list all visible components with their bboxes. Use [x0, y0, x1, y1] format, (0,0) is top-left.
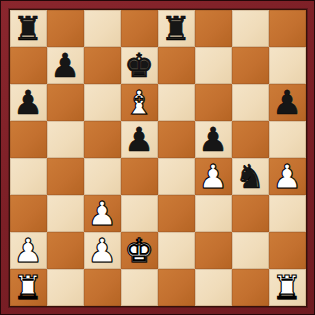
square-f2[interactable] — [195, 232, 232, 269]
piece-white-bishop[interactable]: ♝ — [121, 84, 158, 121]
piece-white-rook[interactable]: ♜ — [10, 269, 47, 306]
piece-white-pawn[interactable]: ♟ — [195, 158, 232, 195]
square-g5[interactable] — [232, 121, 269, 158]
square-c8[interactable] — [84, 10, 121, 47]
square-b7[interactable]: ♟ — [47, 47, 84, 84]
square-c2[interactable]: ♟ — [84, 232, 121, 269]
square-e7[interactable] — [158, 47, 195, 84]
square-h5[interactable] — [269, 121, 306, 158]
square-f4[interactable]: ♟ — [195, 158, 232, 195]
piece-black-rook[interactable]: ♜ — [158, 10, 195, 47]
square-f8[interactable] — [195, 10, 232, 47]
piece-black-pawn[interactable]: ♟ — [195, 121, 232, 158]
square-h7[interactable] — [269, 47, 306, 84]
square-b6[interactable] — [47, 84, 84, 121]
piece-black-pawn[interactable]: ♟ — [121, 121, 158, 158]
square-a8[interactable]: ♜ — [10, 10, 47, 47]
square-a5[interactable] — [10, 121, 47, 158]
piece-white-king[interactable]: ♚ — [121, 232, 158, 269]
square-a7[interactable] — [10, 47, 47, 84]
square-g3[interactable] — [232, 195, 269, 232]
piece-white-rook[interactable]: ♜ — [269, 269, 306, 306]
square-d8[interactable] — [121, 10, 158, 47]
square-g2[interactable] — [232, 232, 269, 269]
square-h6[interactable]: ♟ — [269, 84, 306, 121]
chess-board: ♜♜♟♚♟♝♟♟♟♟♞♟♟♟♟♚♜♜ — [9, 9, 307, 307]
square-d2[interactable]: ♚ — [121, 232, 158, 269]
square-d6[interactable]: ♝ — [121, 84, 158, 121]
square-c5[interactable] — [84, 121, 121, 158]
square-e8[interactable]: ♜ — [158, 10, 195, 47]
board-frame: ♜♜♟♚♟♝♟♟♟♟♞♟♟♟♟♚♜♜ — [0, 0, 315, 315]
square-b5[interactable] — [47, 121, 84, 158]
piece-black-pawn[interactable]: ♟ — [47, 47, 84, 84]
square-b2[interactable] — [47, 232, 84, 269]
piece-white-pawn[interactable]: ♟ — [84, 232, 121, 269]
square-a4[interactable] — [10, 158, 47, 195]
square-c4[interactable] — [84, 158, 121, 195]
square-d4[interactable] — [121, 158, 158, 195]
square-d5[interactable]: ♟ — [121, 121, 158, 158]
square-f5[interactable]: ♟ — [195, 121, 232, 158]
square-e3[interactable] — [158, 195, 195, 232]
square-f3[interactable] — [195, 195, 232, 232]
square-f6[interactable] — [195, 84, 232, 121]
square-b1[interactable] — [47, 269, 84, 306]
square-e5[interactable] — [158, 121, 195, 158]
square-h8[interactable] — [269, 10, 306, 47]
square-b4[interactable] — [47, 158, 84, 195]
piece-black-pawn[interactable]: ♟ — [10, 84, 47, 121]
square-c3[interactable]: ♟ — [84, 195, 121, 232]
square-c7[interactable] — [84, 47, 121, 84]
square-a6[interactable]: ♟ — [10, 84, 47, 121]
piece-white-pawn[interactable]: ♟ — [84, 195, 121, 232]
square-e2[interactable] — [158, 232, 195, 269]
square-h2[interactable] — [269, 232, 306, 269]
square-d7[interactable]: ♚ — [121, 47, 158, 84]
square-b8[interactable] — [47, 10, 84, 47]
square-h4[interactable]: ♟ — [269, 158, 306, 195]
square-a1[interactable]: ♜ — [10, 269, 47, 306]
square-c6[interactable] — [84, 84, 121, 121]
square-d1[interactable] — [121, 269, 158, 306]
square-e4[interactable] — [158, 158, 195, 195]
square-d3[interactable] — [121, 195, 158, 232]
piece-black-knight[interactable]: ♞ — [232, 158, 269, 195]
square-e1[interactable] — [158, 269, 195, 306]
square-f1[interactable] — [195, 269, 232, 306]
square-h3[interactable] — [269, 195, 306, 232]
piece-black-rook[interactable]: ♜ — [10, 10, 47, 47]
square-e6[interactable] — [158, 84, 195, 121]
square-g6[interactable] — [232, 84, 269, 121]
square-a2[interactable]: ♟ — [10, 232, 47, 269]
square-h1[interactable]: ♜ — [269, 269, 306, 306]
piece-black-pawn[interactable]: ♟ — [269, 84, 306, 121]
piece-black-king[interactable]: ♚ — [121, 47, 158, 84]
piece-white-pawn[interactable]: ♟ — [10, 232, 47, 269]
square-c1[interactable] — [84, 269, 121, 306]
square-g8[interactable] — [232, 10, 269, 47]
piece-white-pawn[interactable]: ♟ — [269, 158, 306, 195]
square-g4[interactable]: ♞ — [232, 158, 269, 195]
square-a3[interactable] — [10, 195, 47, 232]
square-g1[interactable] — [232, 269, 269, 306]
square-b3[interactable] — [47, 195, 84, 232]
square-g7[interactable] — [232, 47, 269, 84]
square-f7[interactable] — [195, 47, 232, 84]
